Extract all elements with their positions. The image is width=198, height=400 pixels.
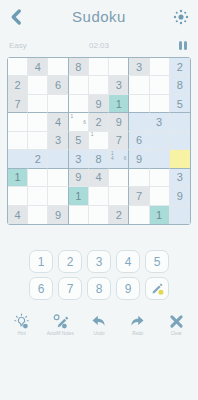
cell-r4c6[interactable]: 9	[109, 113, 129, 131]
cell-r1c1[interactable]	[8, 58, 28, 76]
cell-r8c9[interactable]: 9	[170, 187, 190, 205]
timer: 02:03	[0, 41, 198, 50]
cell-r2c4[interactable]	[69, 76, 89, 94]
cell-r1c5[interactable]	[89, 58, 109, 76]
cell-r3c8[interactable]	[150, 95, 170, 113]
cell-r3c5[interactable]: 9	[89, 95, 109, 113]
cell-r8c1[interactable]	[8, 187, 28, 205]
cell-r8c5[interactable]	[89, 187, 109, 205]
cell-r7c5[interactable]: 4	[89, 169, 109, 187]
cell-r9c2[interactable]	[28, 206, 48, 224]
numpad-2[interactable]: 2	[58, 250, 82, 273]
pencil-icon	[150, 281, 165, 296]
redo-icon	[129, 313, 146, 330]
cell-r4c3[interactable]: 4	[48, 113, 68, 131]
pause-icon	[184, 41, 187, 50]
cell-r4c8[interactable]: 3	[150, 113, 170, 131]
autofill-notes-label: Autofill Notes	[47, 331, 74, 336]
cell-r8c2[interactable]	[28, 187, 48, 205]
cell-r9c1[interactable]: 4	[8, 206, 28, 224]
cell-r2c7[interactable]	[129, 76, 149, 94]
autofill-count-badge	[62, 324, 67, 329]
cell-r8c8[interactable]	[150, 187, 170, 205]
undo-label: Undo	[93, 331, 104, 336]
cell-r9c5[interactable]	[89, 206, 109, 224]
cell-r1c4[interactable]: 8	[69, 58, 89, 76]
cell-r3c1[interactable]: 7	[8, 95, 28, 113]
cell-r6c5[interactable]: 8	[89, 150, 109, 168]
cell-r7c1[interactable]: 1	[8, 169, 28, 187]
hint-button[interactable]: Hint	[5, 313, 39, 336]
clear-label: Clear	[171, 331, 182, 336]
cell-r2c1[interactable]: 2	[8, 76, 28, 94]
pencil-notes: 146	[109, 150, 128, 167]
cell-r1c2[interactable]: 4	[28, 58, 48, 76]
cell-r5c6[interactable]: 7	[109, 132, 129, 150]
cell-r4c4[interactable]: 16	[69, 113, 89, 131]
number-pad: 12345 6789	[0, 250, 198, 300]
cell-r2c9[interactable]: 8	[170, 76, 190, 94]
hint-label: Hint	[18, 331, 26, 336]
cell-r8c4[interactable]: 1	[69, 187, 89, 205]
cell-r9c9[interactable]	[170, 206, 190, 224]
numpad-1[interactable]: 1	[29, 250, 53, 273]
cell-r5c9[interactable]	[170, 132, 190, 150]
cell-r4c2[interactable]	[28, 113, 48, 131]
cell-r3c2[interactable]	[28, 95, 48, 113]
redo-button[interactable]: Redo	[121, 313, 155, 336]
hint-lightbulb-icon	[13, 313, 30, 330]
cell-r7c3[interactable]	[48, 169, 68, 187]
cell-r5c1[interactable]	[8, 132, 28, 150]
cell-r5c8[interactable]	[150, 132, 170, 150]
undo-icon	[90, 313, 107, 330]
pause-button[interactable]	[177, 39, 189, 51]
sun-icon	[172, 8, 190, 26]
cell-r3c4[interactable]	[69, 95, 89, 113]
pause-icon	[179, 41, 182, 50]
cell-r2c8[interactable]	[150, 76, 170, 94]
toolbar: Hint Autofill Notes Undo Redo Clear	[0, 313, 198, 336]
cell-r2c3[interactable]: 6	[48, 76, 68, 94]
sudoku-board: 4832263879154162933517623814691943179492…	[7, 57, 191, 225]
cell-r8c3[interactable]	[48, 187, 68, 205]
cell-r9c8[interactable]: 1	[150, 206, 170, 224]
cell-r6c7[interactable]: 9	[129, 150, 149, 168]
cell-r5c4[interactable]: 5	[69, 132, 89, 150]
cell-r1c3[interactable]	[48, 58, 68, 76]
autofill-notes-button[interactable]: Autofill Notes	[43, 313, 77, 336]
cell-r9c7[interactable]	[129, 206, 149, 224]
cell-r5c5[interactable]: 1	[89, 132, 109, 150]
cell-r9c6[interactable]: 2	[109, 206, 129, 224]
cell-r1c7[interactable]: 3	[129, 58, 149, 76]
cell-r6c2[interactable]: 2	[28, 150, 48, 168]
cell-r2c5[interactable]	[89, 76, 109, 94]
cell-r5c3[interactable]: 3	[48, 132, 68, 150]
numpad-8[interactable]: 8	[87, 277, 111, 300]
notes-toggle-button[interactable]	[145, 277, 169, 300]
cell-r3c6[interactable]: 1	[109, 95, 129, 113]
cell-r9c4[interactable]	[69, 206, 89, 224]
cell-r6c6[interactable]: 146	[109, 150, 129, 168]
autofill-notes-pencil-icon	[52, 313, 69, 330]
cell-r7c2[interactable]	[28, 169, 48, 187]
numpad-6[interactable]: 6	[29, 277, 53, 300]
pencil-notes: 16	[69, 113, 88, 130]
cell-r4c1[interactable]	[8, 113, 28, 131]
numpad-3[interactable]: 3	[87, 250, 111, 273]
settings-button[interactable]	[172, 8, 190, 26]
undo-button[interactable]: Undo	[82, 313, 116, 336]
cell-r5c2[interactable]	[28, 132, 48, 150]
cell-r1c9[interactable]: 2	[170, 58, 190, 76]
cell-r2c2[interactable]	[28, 76, 48, 94]
cell-r7c4[interactable]: 9	[69, 169, 89, 187]
notes-mode-indicator	[158, 290, 163, 295]
cell-r4c5[interactable]: 2	[89, 113, 109, 131]
numpad-7[interactable]: 7	[58, 277, 82, 300]
clear-cross-icon	[168, 313, 185, 330]
cell-r3c7[interactable]	[129, 95, 149, 113]
cell-r4c9[interactable]	[170, 113, 190, 131]
cell-r8c6[interactable]	[109, 187, 129, 205]
cell-r6c4[interactable]: 3	[69, 150, 89, 168]
hint-count-badge	[23, 324, 28, 329]
page-title: Sudoku	[0, 8, 198, 25]
cell-r3c3[interactable]	[48, 95, 68, 113]
pencil-notes: 1	[89, 132, 108, 149]
numpad-5[interactable]: 5	[145, 250, 169, 273]
cell-r4c7[interactable]	[129, 113, 149, 131]
numpad-9[interactable]: 9	[116, 277, 140, 300]
cell-r5c7[interactable]: 6	[129, 132, 149, 150]
cell-r7c9[interactable]: 3	[170, 169, 190, 187]
cell-r9c3[interactable]: 9	[48, 206, 68, 224]
cell-r6c3[interactable]	[48, 150, 68, 168]
cell-r1c8[interactable]	[150, 58, 170, 76]
cell-r7c8[interactable]	[150, 169, 170, 187]
cell-r3c9[interactable]: 5	[170, 95, 190, 113]
cell-r8c7[interactable]: 7	[129, 187, 149, 205]
cell-r1c6[interactable]	[109, 58, 129, 76]
cell-r6c9[interactable]	[170, 150, 190, 168]
redo-label: Redo	[132, 331, 143, 336]
cell-r7c6[interactable]	[109, 169, 129, 187]
clear-button[interactable]: Clear	[159, 313, 193, 336]
cell-r2c6[interactable]: 3	[109, 76, 129, 94]
cell-r7c7[interactable]	[129, 169, 149, 187]
numpad-4[interactable]: 4	[116, 250, 140, 273]
cell-r6c8[interactable]	[150, 150, 170, 168]
cell-r6c1[interactable]	[8, 150, 28, 168]
